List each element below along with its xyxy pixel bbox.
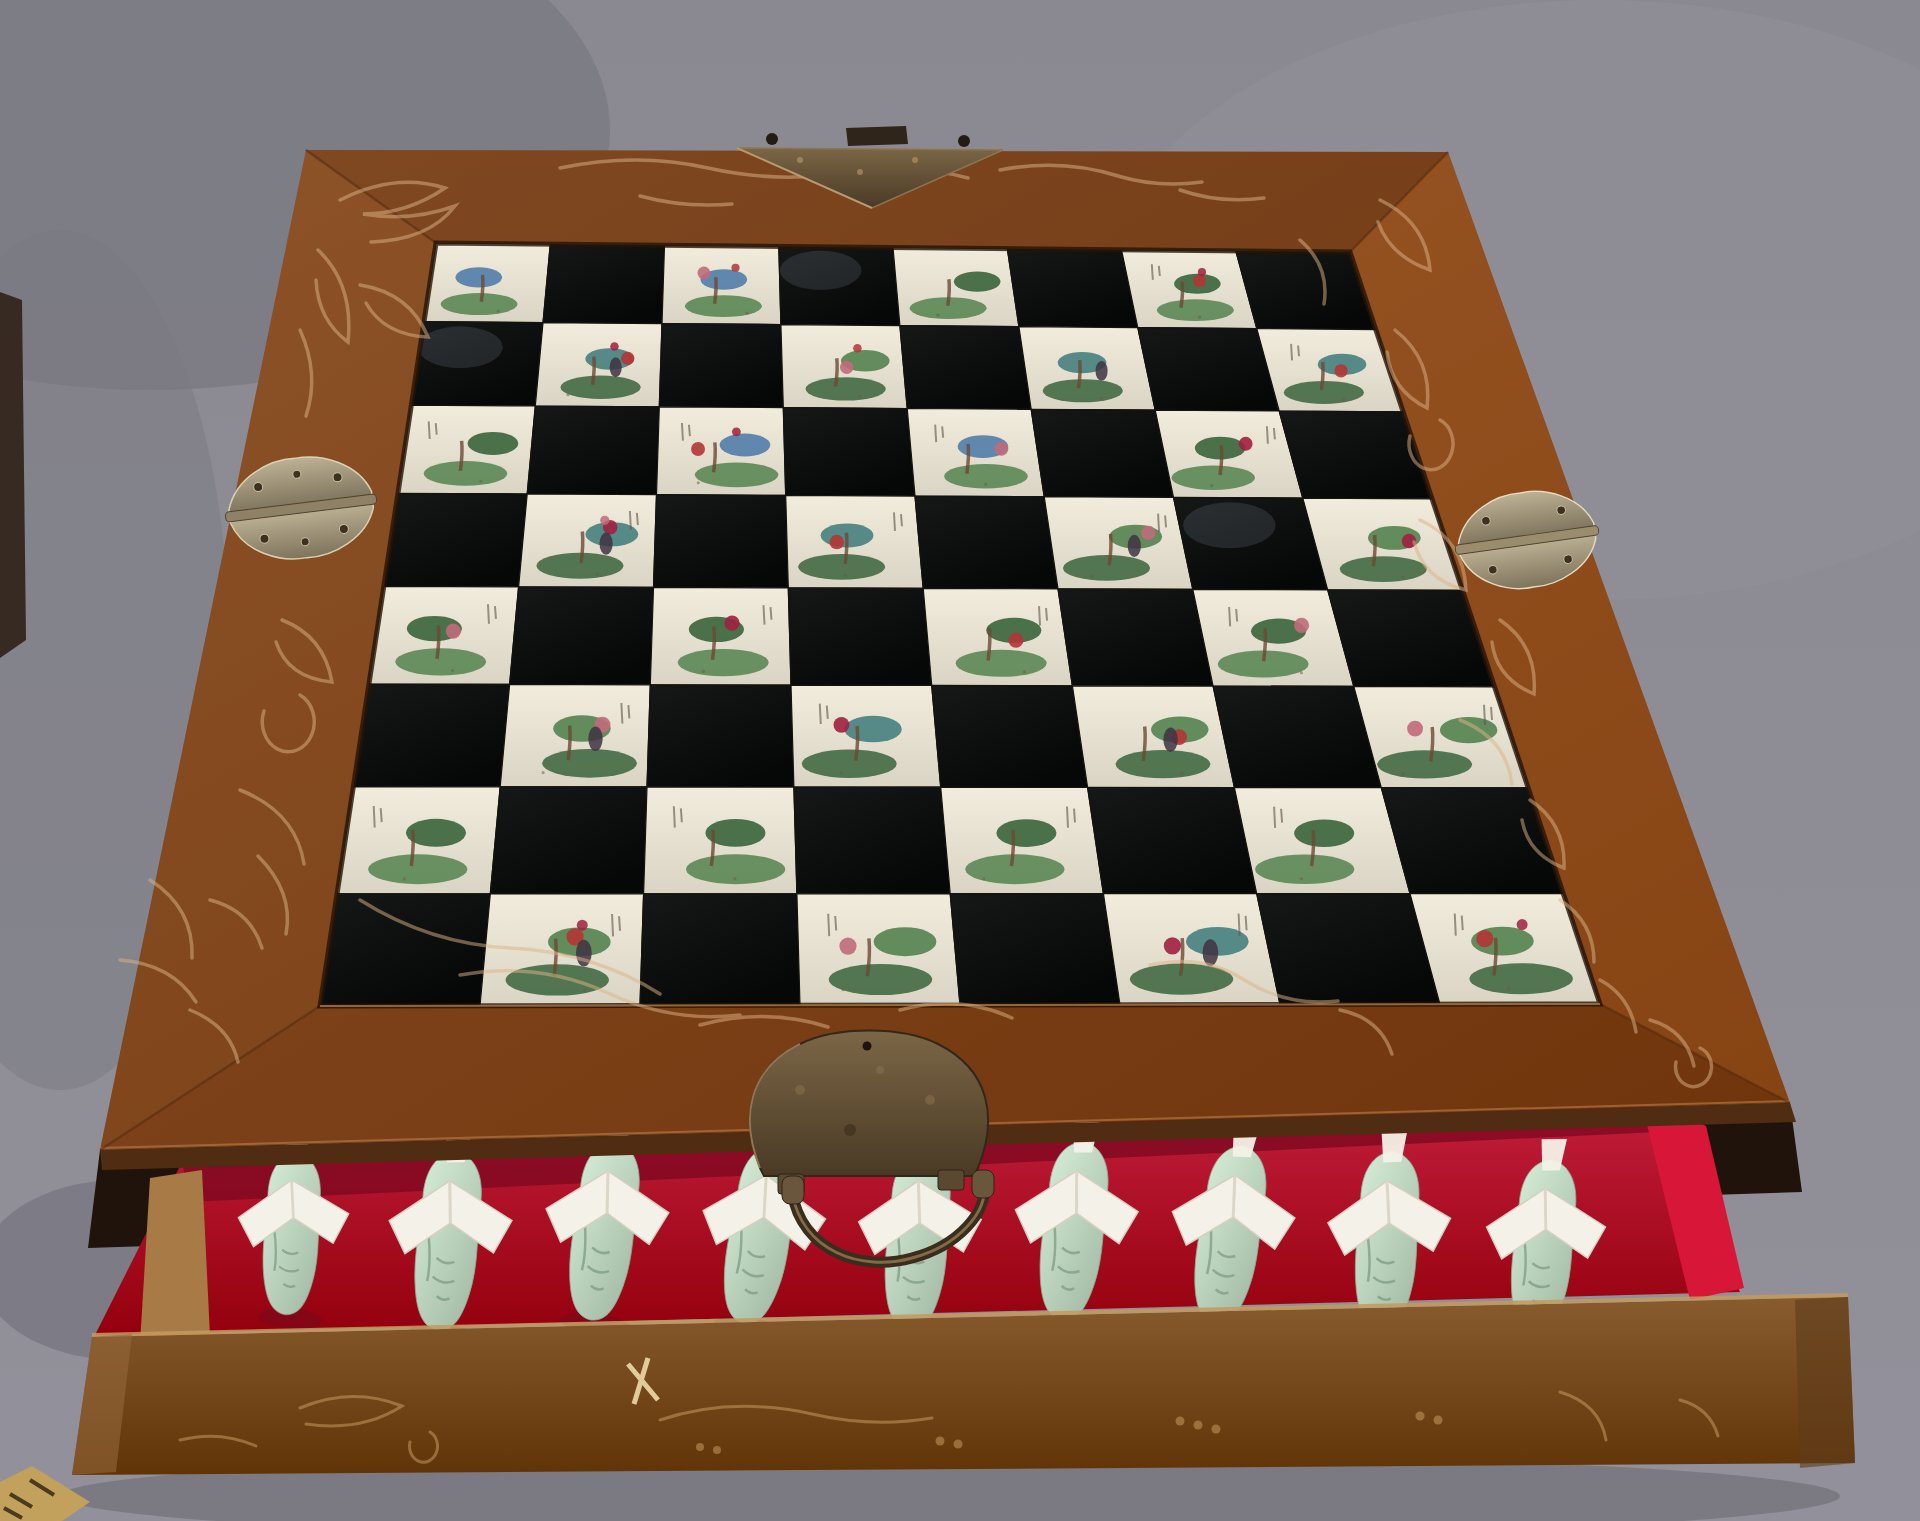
square-a3 xyxy=(353,684,509,787)
square-f6 xyxy=(1031,409,1173,497)
photo-chess-board-box xyxy=(0,0,1920,1521)
square-f4 xyxy=(1058,589,1213,686)
square-c7 xyxy=(659,324,783,408)
tile-reflection xyxy=(418,326,503,368)
square-c5 xyxy=(654,495,789,588)
square-c3 xyxy=(647,685,794,787)
top-clasp-knob-right xyxy=(958,135,970,147)
square-d2 xyxy=(794,787,950,894)
scene-canvas xyxy=(0,0,1920,1521)
tile-reflection xyxy=(780,251,862,290)
square-e3 xyxy=(932,685,1088,787)
bottom-clasp xyxy=(750,1031,988,1195)
square-e5 xyxy=(915,496,1058,589)
square-b4 xyxy=(510,587,654,685)
square-f8 xyxy=(1007,249,1138,328)
square-b6 xyxy=(527,406,659,495)
drawer-front-right-cap xyxy=(1795,1297,1855,1468)
square-f2 xyxy=(1088,787,1257,893)
square-d6 xyxy=(783,408,915,497)
square-g3 xyxy=(1213,686,1381,788)
square-g1 xyxy=(1257,894,1440,1005)
square-e7 xyxy=(900,326,1031,410)
top-clasp-knob-left xyxy=(766,133,778,145)
square-b2 xyxy=(490,787,647,894)
drawer-left-end xyxy=(140,1170,210,1344)
square-a5 xyxy=(384,493,527,587)
tile-reflection xyxy=(1183,502,1275,548)
square-c1 xyxy=(640,894,800,1006)
square-b8 xyxy=(543,244,665,324)
object-sliver-left xyxy=(0,292,26,658)
square-g7 xyxy=(1138,328,1279,411)
square-d4 xyxy=(788,588,931,686)
square-a1 xyxy=(320,894,490,1006)
clasp-hole xyxy=(863,1042,872,1051)
square-e1 xyxy=(950,894,1120,1005)
